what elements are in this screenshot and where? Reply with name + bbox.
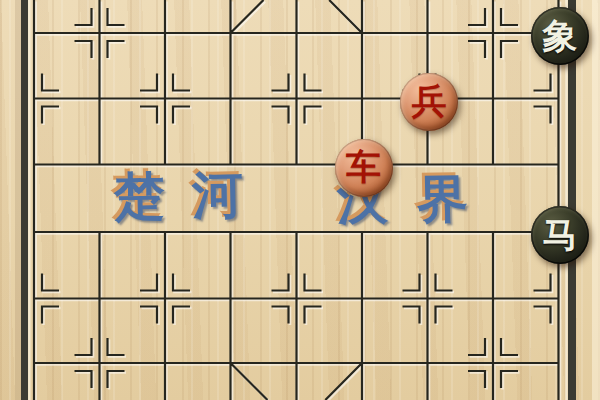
piece-red-chariot[interactable]: 车 (335, 139, 393, 197)
right-edge-light-strip (592, 0, 600, 400)
board-frame-shadow-left (15, 0, 21, 400)
piece-black-horse[interactable]: 马 (531, 206, 589, 264)
board-frame-highlight-left (28, 0, 30, 400)
board-frame-left (21, 0, 28, 400)
board-grid (0, 0, 600, 400)
piece-black-elephant[interactable]: 象 (531, 7, 589, 65)
xiangqi-board: 楚河 汉界 象兵车马 (0, 0, 600, 400)
river-label-chu-he: 楚河 (114, 169, 271, 223)
piece-red-soldier[interactable]: 兵 (400, 73, 458, 131)
